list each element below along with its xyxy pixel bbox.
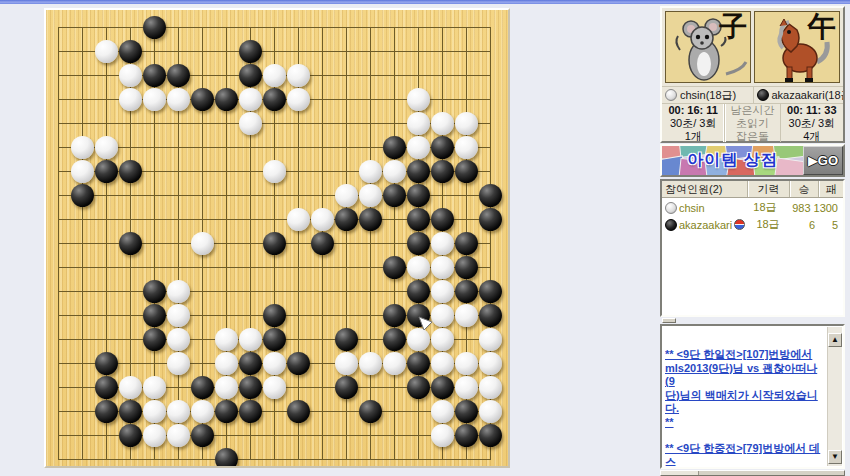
black-stone bbox=[287, 352, 310, 375]
white-stone bbox=[407, 112, 430, 135]
white-stone bbox=[167, 88, 190, 111]
black-stone bbox=[407, 376, 430, 399]
black-stone bbox=[455, 424, 478, 447]
roster-name: akazaakari bbox=[679, 219, 732, 231]
black-stone bbox=[143, 64, 166, 87]
black-stone bbox=[455, 280, 478, 303]
black-stone bbox=[119, 160, 142, 183]
timer-labels-column: 남은시간 초읽기 잡은돌 bbox=[724, 104, 780, 142]
black-stone bbox=[407, 352, 430, 375]
white-stone bbox=[455, 112, 478, 135]
black-stone bbox=[407, 232, 430, 255]
white-stone bbox=[479, 400, 502, 423]
black-stone bbox=[287, 400, 310, 423]
white-stone bbox=[263, 352, 286, 375]
black-stone bbox=[143, 16, 166, 39]
timers-section: 00: 16: 11 30초/ 3회 1개 남은시간 초읽기 잡은돌 00: 1… bbox=[662, 104, 843, 142]
black-stone bbox=[383, 328, 406, 351]
black-stone bbox=[359, 208, 382, 231]
white-stone bbox=[359, 352, 382, 375]
player-info-panel: 子 午 chsin bbox=[660, 6, 845, 143]
white-stone bbox=[215, 352, 238, 375]
black-stone bbox=[479, 304, 502, 327]
white-stone bbox=[455, 376, 478, 399]
black-stone bbox=[311, 232, 334, 255]
black-stone bbox=[119, 424, 142, 447]
black-stone bbox=[119, 232, 142, 255]
white-stone bbox=[167, 280, 190, 303]
white-stone bbox=[239, 112, 262, 135]
white-stone bbox=[95, 40, 118, 63]
white-stone bbox=[479, 352, 502, 375]
black-remaining-time: 00: 11: 33 bbox=[781, 104, 843, 117]
white-timer-column: 00: 16: 11 30초/ 3회 1개 bbox=[662, 104, 724, 142]
scroll-down-icon[interactable]: ▼ bbox=[828, 450, 842, 464]
white-player-name: chsin(18급) bbox=[662, 87, 753, 103]
white-stone bbox=[455, 352, 478, 375]
white-stone bbox=[431, 112, 454, 135]
white-stone bbox=[383, 160, 406, 183]
bottom-bar bbox=[660, 470, 845, 476]
black-stone bbox=[191, 88, 214, 111]
black-stone bbox=[431, 376, 454, 399]
white-stone bbox=[407, 256, 430, 279]
black-stone bbox=[95, 160, 118, 183]
item-shop-banner[interactable]: 아이템 상점 bbox=[662, 146, 803, 175]
roster-header-rank: 기력 bbox=[747, 181, 789, 197]
item-shop-label: 아이템 상점 bbox=[662, 146, 803, 175]
white-stone bbox=[287, 208, 310, 231]
roster-rank: 18급 bbox=[747, 217, 789, 232]
black-stone bbox=[383, 256, 406, 279]
black-stone bbox=[263, 88, 286, 111]
byoyomi-label: 초읽기 bbox=[725, 117, 779, 130]
roster-header-losses: 패 bbox=[818, 181, 843, 197]
black-stone bbox=[239, 400, 262, 423]
white-stone bbox=[359, 184, 382, 207]
black-stone-icon bbox=[757, 89, 769, 101]
roster-losses: 5 bbox=[818, 219, 843, 231]
white-stone bbox=[119, 64, 142, 87]
white-stone bbox=[71, 160, 94, 183]
white-stone bbox=[479, 328, 502, 351]
black-timer-column: 00: 11: 33 30초/ 3회 4개 bbox=[781, 104, 843, 142]
white-stone-icon bbox=[665, 89, 677, 101]
black-stone bbox=[407, 208, 430, 231]
black-stone bbox=[479, 184, 502, 207]
zodiac-horse-character: 午 bbox=[808, 12, 836, 42]
white-stone bbox=[287, 64, 310, 87]
roster-wins: 983 bbox=[785, 202, 813, 214]
go-button[interactable]: ▶GO bbox=[803, 146, 843, 175]
white-stone bbox=[143, 424, 166, 447]
chat-message: ** <9단 한중전>[79]번방에서 데스 사이드(9단)님 vs yangx… bbox=[665, 442, 826, 466]
white-stone bbox=[311, 208, 334, 231]
white-stone bbox=[167, 304, 190, 327]
roster-wins: 6 bbox=[789, 219, 818, 231]
white-stone bbox=[407, 88, 430, 111]
white-stone bbox=[143, 88, 166, 111]
black-stone bbox=[239, 64, 262, 87]
chat-panel: ** <9단 한일전>[107]번방에서 mls2013(9단)님 vs 괜찮아… bbox=[660, 324, 845, 469]
black-stone bbox=[431, 208, 454, 231]
roster-row-akazaakari[interactable]: akazaakari 18급 6 5 bbox=[662, 217, 843, 232]
black-stone bbox=[431, 160, 454, 183]
black-stone bbox=[95, 376, 118, 399]
black-stone bbox=[143, 280, 166, 303]
black-stone bbox=[383, 304, 406, 327]
black-stone bbox=[479, 424, 502, 447]
remaining-time-label: 남은시간 bbox=[725, 104, 779, 117]
white-stone bbox=[431, 256, 454, 279]
black-stone bbox=[479, 208, 502, 231]
black-stone bbox=[455, 232, 478, 255]
board-panel bbox=[44, 8, 510, 468]
white-stone bbox=[431, 280, 454, 303]
black-stone bbox=[335, 328, 358, 351]
black-stone bbox=[167, 64, 190, 87]
black-stone bbox=[407, 160, 430, 183]
goban[interactable] bbox=[46, 10, 508, 466]
white-stone bbox=[119, 88, 142, 111]
white-stone bbox=[455, 304, 478, 327]
black-player-avatar: 午 bbox=[754, 11, 840, 83]
white-stone bbox=[215, 376, 238, 399]
black-stone bbox=[71, 184, 94, 207]
black-stone bbox=[119, 40, 142, 63]
white-stone bbox=[263, 376, 286, 399]
chat-scrollbar[interactable]: ▲ ▼ bbox=[827, 327, 842, 466]
black-stone bbox=[263, 304, 286, 327]
white-stone bbox=[191, 400, 214, 423]
roster-name: chsin bbox=[679, 202, 705, 214]
black-stone bbox=[263, 328, 286, 351]
black-player-name: akazaakari(18급) bbox=[753, 87, 844, 103]
white-stone bbox=[407, 136, 430, 159]
white-stone bbox=[167, 424, 190, 447]
roster-rank: 18급 bbox=[745, 200, 786, 215]
black-stone bbox=[263, 232, 286, 255]
player-names-row: chsin(18급) akazaakari(18급) bbox=[662, 86, 843, 104]
item-shop-panel: 아이템 상점 ▶GO bbox=[660, 144, 845, 177]
chat-message: ** <9단 한일전>[107]번방에서 mls2013(9단)님 vs 괜찮아… bbox=[665, 348, 826, 429]
black-stone bbox=[479, 280, 502, 303]
white-stone bbox=[143, 400, 166, 423]
black-stone bbox=[239, 376, 262, 399]
white-stone bbox=[71, 136, 94, 159]
white-stone-icon bbox=[665, 202, 677, 214]
black-stone bbox=[191, 376, 214, 399]
black-stone bbox=[215, 88, 238, 111]
splitter-handle[interactable] bbox=[660, 318, 845, 323]
black-stone bbox=[407, 184, 430, 207]
black-stone bbox=[119, 400, 142, 423]
black-stone bbox=[215, 400, 238, 423]
zodiac-rat-character: 子 bbox=[719, 12, 747, 42]
white-stone bbox=[215, 328, 238, 351]
black-stone bbox=[143, 328, 166, 351]
black-stone bbox=[95, 352, 118, 375]
black-stone bbox=[335, 208, 358, 231]
roster-header-wins: 승 bbox=[789, 181, 818, 197]
game-window: 子 午 chsin bbox=[0, 0, 850, 476]
white-stone bbox=[239, 88, 262, 111]
white-byoyomi: 30초/ 3회 bbox=[662, 117, 724, 130]
white-stone bbox=[383, 352, 406, 375]
black-stone bbox=[143, 304, 166, 327]
mouse-cursor-icon bbox=[418, 316, 434, 332]
item-ball-icon bbox=[734, 219, 745, 230]
black-stone bbox=[383, 184, 406, 207]
white-stone bbox=[431, 400, 454, 423]
white-stone bbox=[335, 184, 358, 207]
white-stone bbox=[119, 376, 142, 399]
white-player-avatar: 子 bbox=[665, 11, 751, 83]
white-stone bbox=[359, 160, 382, 183]
white-stone bbox=[167, 400, 190, 423]
white-stone bbox=[239, 328, 262, 351]
white-stone bbox=[287, 88, 310, 111]
roster-losses: 1300 bbox=[814, 202, 843, 214]
white-stone bbox=[263, 64, 286, 87]
black-stone bbox=[455, 160, 478, 183]
black-stone bbox=[335, 376, 358, 399]
roster-header-participants: 참여인원(2) bbox=[662, 182, 747, 197]
black-stone-icon bbox=[665, 219, 677, 231]
roster-header: 참여인원(2) 기력 승 패 bbox=[662, 181, 843, 198]
black-stone bbox=[383, 136, 406, 159]
white-stone bbox=[191, 232, 214, 255]
white-stone bbox=[167, 328, 190, 351]
black-stone bbox=[239, 352, 262, 375]
black-stone bbox=[359, 400, 382, 423]
roster-panel: 참여인원(2) 기력 승 패 chsin 18급 983 1300 akazaa… bbox=[660, 179, 845, 317]
white-stone bbox=[143, 376, 166, 399]
black-stone bbox=[431, 136, 454, 159]
chat-messages[interactable]: ** <9단 한일전>[107]번방에서 mls2013(9단)님 vs 괜찮아… bbox=[665, 327, 826, 466]
roster-row-chsin[interactable]: chsin 18급 983 1300 bbox=[662, 200, 843, 215]
white-captures: 1개 bbox=[662, 130, 724, 143]
black-stone bbox=[215, 448, 238, 467]
black-stone bbox=[239, 40, 262, 63]
black-stone bbox=[191, 424, 214, 447]
black-stone bbox=[455, 256, 478, 279]
white-stone bbox=[95, 136, 118, 159]
white-stone bbox=[335, 352, 358, 375]
white-stone bbox=[263, 160, 286, 183]
white-stone bbox=[431, 424, 454, 447]
black-byoyomi: 30초/ 3회 bbox=[781, 117, 843, 130]
top-accent-bar bbox=[0, 0, 850, 4]
white-stone bbox=[479, 376, 502, 399]
captures-label: 잡은돌 bbox=[725, 130, 779, 143]
black-stone bbox=[95, 400, 118, 423]
black-stone bbox=[455, 400, 478, 423]
scroll-up-icon[interactable]: ▲ bbox=[828, 333, 842, 347]
black-captures: 4개 bbox=[781, 130, 843, 143]
white-stone bbox=[431, 232, 454, 255]
white-stone bbox=[167, 352, 190, 375]
white-stone bbox=[455, 136, 478, 159]
white-stone bbox=[431, 352, 454, 375]
black-stone bbox=[407, 280, 430, 303]
white-remaining-time: 00: 16: 11 bbox=[662, 104, 724, 117]
